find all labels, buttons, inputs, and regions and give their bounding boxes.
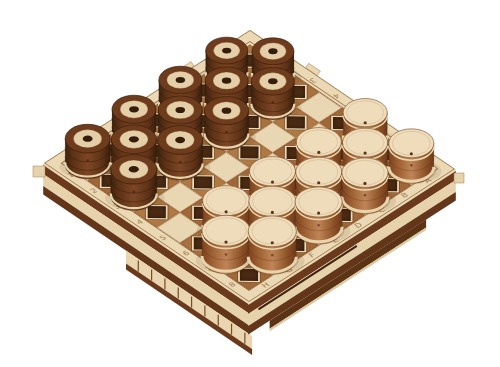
- pieces-layer: [0, 0, 500, 367]
- light-piece-A8[interactable]: [383, 129, 442, 184]
- scene: 1122334455667788AABBCCDDEEFFGGHH: [0, 0, 500, 367]
